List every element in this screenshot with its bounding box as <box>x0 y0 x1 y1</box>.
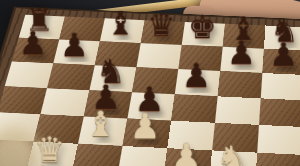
piece-white-pawn[interactable]: ♟ <box>163 133 209 166</box>
piece-black-queen[interactable]: ♛ <box>141 4 182 42</box>
photo-frame: ♜♝♛♚♝♞♜♟♟♟♟♟♞♟♟♟♝♟♛♟♞♟♟♟♟♟♜♞♝♚♜ <box>0 0 300 166</box>
square-d8[interactable]: ♛ <box>141 20 185 45</box>
square-c3[interactable] <box>72 144 123 166</box>
square-e5[interactable] <box>171 94 218 122</box>
square-a7[interactable]: ♟ <box>12 38 59 64</box>
piece-white-pawn[interactable]: ♟ <box>206 165 253 166</box>
square-g4[interactable] <box>257 125 300 155</box>
square-c8[interactable]: ♝ <box>100 18 145 43</box>
square-a6[interactable] <box>5 61 54 88</box>
square-f3[interactable]: ♞ <box>209 150 257 166</box>
piece-white-pawn[interactable]: ♟ <box>123 103 168 144</box>
piece-black-pawn[interactable]: ♟ <box>220 31 262 70</box>
square-e8[interactable]: ♚ <box>182 22 225 47</box>
board-perspective-wrap: ♜♝♛♚♝♞♜♟♟♟♟♟♞♟♟♟♝♟♛♟♞♟♟♟♟♟♜♞♝♚♜ <box>0 6 300 166</box>
square-g6[interactable] <box>261 73 300 100</box>
piece-black-pawn[interactable]: ♟ <box>12 22 54 61</box>
square-f7[interactable]: ♟ <box>220 47 264 73</box>
piece-black-bishop[interactable]: ♝ <box>100 3 141 41</box>
piece-white-bishop[interactable]: ♝ <box>78 101 123 142</box>
square-e3[interactable]: ♟ <box>163 148 212 166</box>
piece-black-pawn[interactable]: ♟ <box>263 33 300 72</box>
square-c4[interactable]: ♝ <box>78 116 127 146</box>
square-g5[interactable] <box>259 98 300 127</box>
square-f6[interactable] <box>218 71 263 98</box>
square-f5[interactable] <box>215 96 261 125</box>
square-a5[interactable] <box>0 86 47 114</box>
piece-black-king[interactable]: ♚ <box>182 6 223 44</box>
chess-board: ♜♝♛♚♝♞♜♟♟♟♟♟♞♟♟♟♝♟♛♟♞♟♟♟♟♟♜♞♝♚♜ <box>0 15 300 166</box>
square-e6[interactable]: ♟ <box>175 69 220 96</box>
piece-black-pawn[interactable]: ♟ <box>175 54 218 94</box>
square-g7[interactable]: ♟ <box>262 49 300 75</box>
board-frame: ♜♝♛♚♝♞♜♟♟♟♟♟♞♟♟♟♝♟♛♟♞♟♟♟♟♟♜♞♝♚♜ <box>0 6 300 166</box>
piece-white-knight[interactable]: ♞ <box>209 136 255 166</box>
square-g3[interactable] <box>255 153 300 166</box>
square-d3[interactable] <box>117 146 167 166</box>
